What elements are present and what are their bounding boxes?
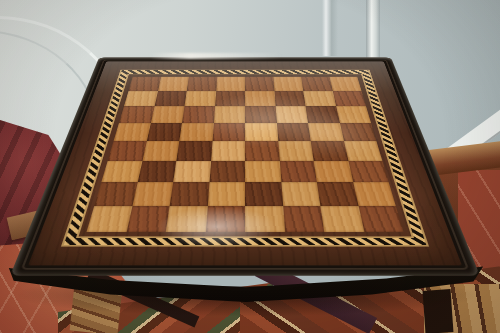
board-grid — [87, 77, 404, 232]
square-d6[interactable] — [213, 106, 245, 123]
square-a5[interactable] — [114, 123, 151, 141]
photo-stage — [0, 0, 500, 333]
square-c5[interactable] — [179, 123, 213, 141]
square-e6[interactable] — [245, 106, 277, 123]
square-a3[interactable] — [101, 161, 142, 183]
square-e8[interactable] — [245, 77, 274, 91]
square-f8[interactable] — [273, 77, 303, 91]
square-f3[interactable] — [279, 161, 317, 183]
square-e5[interactable] — [245, 123, 278, 141]
square-b6[interactable] — [150, 106, 184, 123]
square-d3[interactable] — [209, 161, 245, 183]
square-f2[interactable] — [281, 182, 320, 206]
square-f4[interactable] — [278, 141, 314, 161]
square-c8[interactable] — [187, 77, 217, 91]
square-h8[interactable] — [329, 77, 361, 91]
square-f6[interactable] — [275, 106, 308, 123]
square-b2[interactable] — [132, 182, 173, 206]
square-a6[interactable] — [119, 106, 154, 123]
square-g2[interactable] — [317, 182, 358, 206]
square-g3[interactable] — [314, 161, 353, 183]
square-e3[interactable] — [245, 161, 281, 183]
square-b7[interactable] — [154, 91, 187, 106]
square-h5[interactable] — [340, 123, 377, 141]
square-h7[interactable] — [332, 91, 366, 106]
square-c7[interactable] — [184, 91, 215, 106]
square-g5[interactable] — [308, 123, 344, 141]
checkered-inlay-band-bottom — [64, 238, 427, 245]
square-g4[interactable] — [311, 141, 348, 161]
game-board — [10, 57, 480, 275]
square-b4[interactable] — [142, 141, 179, 161]
square-b5[interactable] — [146, 123, 182, 141]
square-c6[interactable] — [182, 106, 215, 123]
square-g8[interactable] — [301, 77, 332, 91]
square-f5[interactable] — [277, 123, 311, 141]
square-e2[interactable] — [245, 182, 283, 206]
square-d4[interactable] — [211, 141, 245, 161]
square-d1[interactable] — [205, 206, 245, 232]
square-b1[interactable] — [126, 206, 170, 232]
square-e4[interactable] — [245, 141, 279, 161]
square-d5[interactable] — [212, 123, 245, 141]
square-g1[interactable] — [320, 206, 364, 232]
square-c1[interactable] — [166, 206, 208, 232]
square-b3[interactable] — [137, 161, 176, 183]
square-d7[interactable] — [215, 91, 245, 106]
square-d8[interactable] — [216, 77, 245, 91]
square-g7[interactable] — [303, 91, 336, 106]
rim-specular-highlight — [150, 53, 282, 59]
square-h4[interactable] — [344, 141, 383, 161]
board-perspective-wrapper — [65, 0, 425, 321]
square-a7[interactable] — [124, 91, 158, 106]
square-h3[interactable] — [348, 161, 389, 183]
square-h6[interactable] — [336, 106, 371, 123]
square-h2[interactable] — [353, 182, 396, 206]
square-b8[interactable] — [158, 77, 189, 91]
square-a4[interactable] — [108, 141, 147, 161]
square-g6[interactable] — [306, 106, 340, 123]
square-e1[interactable] — [245, 206, 285, 232]
square-f1[interactable] — [283, 206, 325, 232]
square-a2[interactable] — [94, 182, 137, 206]
square-d2[interactable] — [207, 182, 245, 206]
square-a1[interactable] — [87, 206, 132, 232]
square-h1[interactable] — [358, 206, 403, 232]
square-c3[interactable] — [173, 161, 211, 183]
square-c2[interactable] — [170, 182, 209, 206]
square-c4[interactable] — [176, 141, 212, 161]
square-a8[interactable] — [129, 77, 161, 91]
square-e7[interactable] — [245, 91, 275, 106]
square-f7[interactable] — [274, 91, 305, 106]
